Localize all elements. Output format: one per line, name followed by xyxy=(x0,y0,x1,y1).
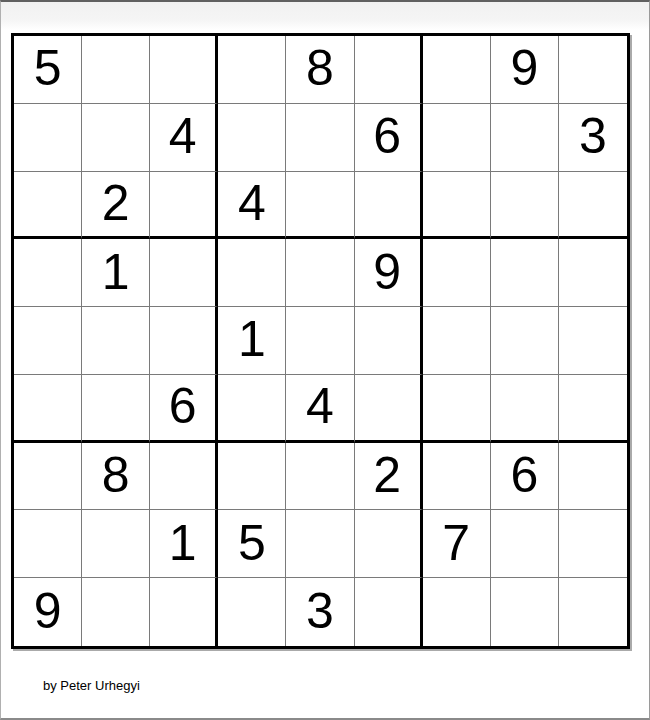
cell-r5c3 xyxy=(150,307,218,375)
cell-r9c9 xyxy=(559,578,627,646)
cell-r6c1 xyxy=(14,375,82,443)
cell-r9c4 xyxy=(218,578,286,646)
cell-r5c1 xyxy=(14,307,82,375)
cell-r3c3 xyxy=(150,172,218,240)
cell-r6c3: 6 xyxy=(150,375,218,443)
cell-r4c2: 1 xyxy=(82,239,150,307)
cell-r1c4 xyxy=(218,36,286,104)
cell-r7c9 xyxy=(559,443,627,511)
cell-r7c1 xyxy=(14,443,82,511)
cell-r5c7 xyxy=(423,307,491,375)
cell-r3c7 xyxy=(423,172,491,240)
cell-r2c9: 3 xyxy=(559,104,627,172)
cell-r3c9 xyxy=(559,172,627,240)
cell-r1c9 xyxy=(559,36,627,104)
cell-r9c3 xyxy=(150,578,218,646)
cell-r6c5: 4 xyxy=(286,375,354,443)
cell-r7c6: 2 xyxy=(355,443,423,511)
cell-r1c7 xyxy=(423,36,491,104)
cell-r5c9 xyxy=(559,307,627,375)
cell-r3c2: 2 xyxy=(82,172,150,240)
credit-text: by Peter Urhegyi xyxy=(43,678,140,693)
cell-r8c1 xyxy=(14,510,82,578)
cell-r7c3 xyxy=(150,443,218,511)
cell-r2c5 xyxy=(286,104,354,172)
cell-r4c5 xyxy=(286,239,354,307)
cell-r9c2 xyxy=(82,578,150,646)
cell-r8c4: 5 xyxy=(218,510,286,578)
cell-r3c6 xyxy=(355,172,423,240)
cell-r2c8 xyxy=(491,104,559,172)
cell-r6c7 xyxy=(423,375,491,443)
cell-r2c3: 4 xyxy=(150,104,218,172)
cell-r7c2: 8 xyxy=(82,443,150,511)
cell-r2c2 xyxy=(82,104,150,172)
cell-r2c6: 6 xyxy=(355,104,423,172)
cell-r7c5 xyxy=(286,443,354,511)
cell-r8c5 xyxy=(286,510,354,578)
cell-r9c6 xyxy=(355,578,423,646)
cell-r4c7 xyxy=(423,239,491,307)
cell-r5c8 xyxy=(491,307,559,375)
cell-r5c2 xyxy=(82,307,150,375)
cell-r7c7 xyxy=(423,443,491,511)
cell-r8c2 xyxy=(82,510,150,578)
cell-r4c9 xyxy=(559,239,627,307)
cell-r2c1 xyxy=(14,104,82,172)
cell-r3c8 xyxy=(491,172,559,240)
cell-r8c8 xyxy=(491,510,559,578)
cell-r4c6: 9 xyxy=(355,239,423,307)
cell-r6c6 xyxy=(355,375,423,443)
cell-r1c6 xyxy=(355,36,423,104)
cell-r1c3 xyxy=(150,36,218,104)
cell-r8c6 xyxy=(355,510,423,578)
cell-r3c1 xyxy=(14,172,82,240)
cell-r2c4 xyxy=(218,104,286,172)
cell-r6c4 xyxy=(218,375,286,443)
cell-r3c4: 4 xyxy=(218,172,286,240)
cell-r7c4 xyxy=(218,443,286,511)
cell-r5c5 xyxy=(286,307,354,375)
cell-r2c7 xyxy=(423,104,491,172)
cell-r9c8 xyxy=(491,578,559,646)
cell-r1c1: 5 xyxy=(14,36,82,104)
cell-r6c2 xyxy=(82,375,150,443)
sudoku-board: 589463241916482615793 xyxy=(11,33,630,649)
cell-r9c7 xyxy=(423,578,491,646)
cell-r5c6 xyxy=(355,307,423,375)
cell-r7c8: 6 xyxy=(491,443,559,511)
cell-r4c3 xyxy=(150,239,218,307)
cell-r9c1: 9 xyxy=(14,578,82,646)
cell-r9c5: 3 xyxy=(286,578,354,646)
page: 589463241916482615793 by Peter Urhegyi xyxy=(0,0,650,720)
cell-r8c7: 7 xyxy=(423,510,491,578)
cell-r3c5 xyxy=(286,172,354,240)
cell-r1c2 xyxy=(82,36,150,104)
header-band xyxy=(1,2,649,30)
cell-r6c8 xyxy=(491,375,559,443)
cell-r8c9 xyxy=(559,510,627,578)
cell-r1c8: 9 xyxy=(491,36,559,104)
cell-r8c3: 1 xyxy=(150,510,218,578)
cell-r4c8 xyxy=(491,239,559,307)
cell-r6c9 xyxy=(559,375,627,443)
cell-r4c1 xyxy=(14,239,82,307)
cell-r5c4: 1 xyxy=(218,307,286,375)
cell-r1c5: 8 xyxy=(286,36,354,104)
cell-r4c4 xyxy=(218,239,286,307)
